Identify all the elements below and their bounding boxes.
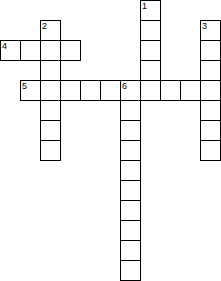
cell-r4-c6[interactable]: 6 — [120, 80, 141, 101]
clue-number-4: 4 — [2, 41, 7, 51]
cell-r13-c6[interactable] — [120, 260, 141, 281]
cell-r2-c10[interactable] — [200, 40, 221, 61]
cell-r4-c1[interactable]: 5 — [20, 80, 41, 101]
cell-r10-c6[interactable] — [120, 200, 141, 221]
cell-r4-c7[interactable] — [140, 80, 161, 101]
cell-r5-c2[interactable] — [40, 100, 61, 121]
cell-r2-c0[interactable]: 4 — [0, 40, 21, 61]
cell-r4-c8[interactable] — [160, 80, 181, 101]
cell-r7-c10[interactable] — [200, 140, 221, 161]
cell-r12-c6[interactable] — [120, 240, 141, 261]
clue-number-5: 5 — [22, 81, 27, 91]
cell-r4-c2[interactable] — [40, 80, 61, 101]
cell-r4-c5[interactable] — [100, 80, 121, 101]
cell-r2-c7[interactable] — [140, 40, 161, 61]
cell-r3-c10[interactable] — [200, 60, 221, 81]
clue-number-2: 2 — [42, 21, 47, 31]
cell-r3-c7[interactable] — [140, 60, 161, 81]
cell-r1-c10[interactable]: 3 — [200, 20, 221, 41]
cell-r4-c4[interactable] — [80, 80, 101, 101]
clue-number-6: 6 — [122, 81, 127, 91]
cell-r11-c6[interactable] — [120, 220, 141, 241]
clue-number-1: 1 — [142, 1, 147, 11]
cell-r6-c6[interactable] — [120, 120, 141, 141]
cell-r2-c3[interactable] — [60, 40, 81, 61]
cell-r9-c6[interactable] — [120, 180, 141, 201]
cell-r7-c6[interactable] — [120, 140, 141, 161]
cell-r4-c9[interactable] — [180, 80, 201, 101]
cell-r3-c2[interactable] — [40, 60, 61, 81]
cell-r6-c10[interactable] — [200, 120, 221, 141]
cell-r8-c6[interactable] — [120, 160, 141, 181]
cell-r5-c6[interactable] — [120, 100, 141, 121]
cell-r4-c10[interactable] — [200, 80, 221, 101]
cell-r1-c2[interactable]: 2 — [40, 20, 61, 41]
cell-r2-c1[interactable] — [20, 40, 41, 61]
cell-r1-c7[interactable] — [140, 20, 161, 41]
crossword-board: 123456 — [0, 0, 221, 281]
cell-r6-c2[interactable] — [40, 120, 61, 141]
cell-r2-c2[interactable] — [40, 40, 61, 61]
cell-r5-c10[interactable] — [200, 100, 221, 121]
clue-number-3: 3 — [202, 21, 207, 31]
cell-r4-c3[interactable] — [60, 80, 81, 101]
cell-r7-c2[interactable] — [40, 140, 61, 161]
cell-r0-c7[interactable]: 1 — [140, 0, 161, 21]
